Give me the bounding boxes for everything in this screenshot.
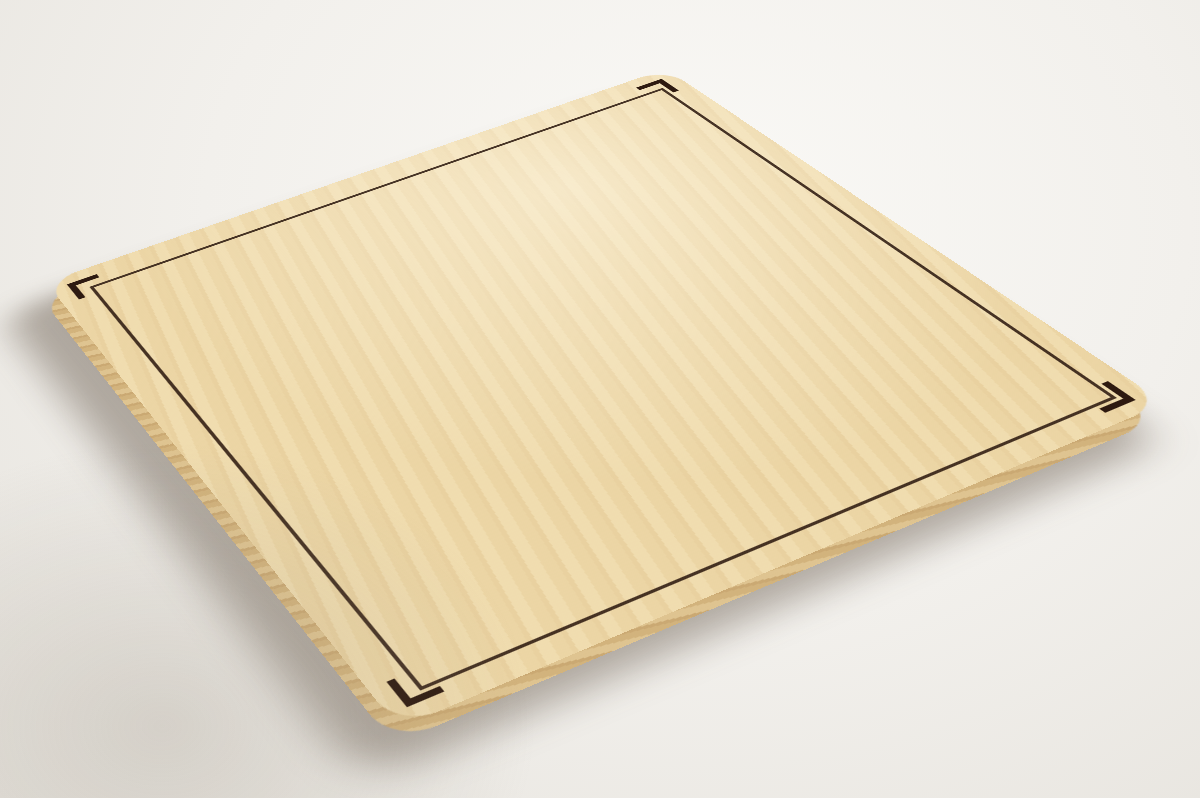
chess-photo-scene [0, 0, 1200, 798]
